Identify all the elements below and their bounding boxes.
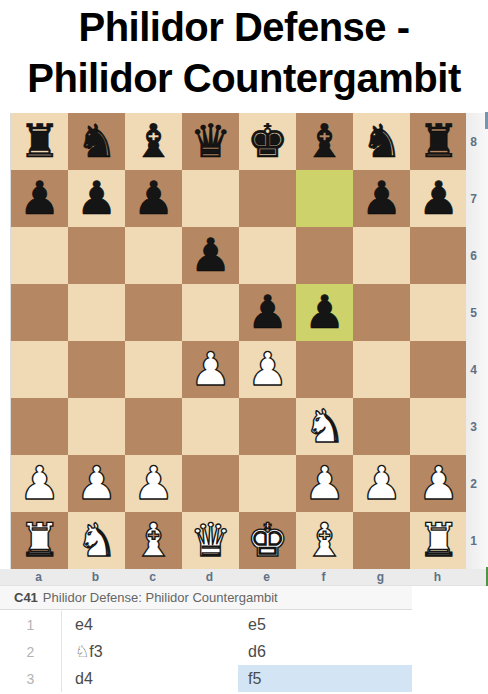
chess-board[interactable]: ♜♞♝♛♚♝♞♜♟♟♟♟♟♟♟♟♟♟♞♟♟♟♟♟♟♜♞♝♛♚♝♜ bbox=[10, 113, 466, 569]
square-a6[interactable] bbox=[11, 227, 68, 284]
piece-black-pawn[interactable]: ♟ bbox=[296, 284, 353, 341]
square-f7[interactable] bbox=[296, 170, 353, 227]
piece-black-bishop[interactable]: ♝ bbox=[296, 113, 353, 170]
square-g8[interactable]: ♞ bbox=[353, 113, 410, 170]
move-row-1: 1e4e5 bbox=[0, 611, 412, 638]
piece-black-pawn[interactable]: ♟ bbox=[68, 170, 125, 227]
move-black-2[interactable]: d6 bbox=[238, 638, 412, 665]
square-a2[interactable]: ♟ bbox=[11, 455, 68, 512]
piece-white-pawn[interactable]: ♟ bbox=[125, 455, 182, 512]
file-coordinates: abcdefgh bbox=[10, 569, 466, 586]
file-label-g: g bbox=[352, 569, 409, 586]
square-f8[interactable]: ♝ bbox=[296, 113, 353, 170]
square-d1[interactable]: ♛ bbox=[182, 512, 239, 569]
square-d2[interactable] bbox=[182, 455, 239, 512]
square-e8[interactable]: ♚ bbox=[239, 113, 296, 170]
square-f1[interactable]: ♝ bbox=[296, 512, 353, 569]
piece-black-queen[interactable]: ♛ bbox=[182, 113, 239, 170]
square-g2[interactable]: ♟ bbox=[353, 455, 410, 512]
piece-black-pawn[interactable]: ♟ bbox=[125, 170, 182, 227]
move-black-1[interactable]: e5 bbox=[238, 611, 412, 638]
piece-white-pawn[interactable]: ♟ bbox=[410, 455, 467, 512]
rank-label-5: 5 bbox=[466, 284, 488, 341]
square-h7[interactable]: ♟ bbox=[410, 170, 467, 227]
square-f4[interactable] bbox=[296, 341, 353, 398]
square-d4[interactable]: ♟ bbox=[182, 341, 239, 398]
square-c7[interactable]: ♟ bbox=[125, 170, 182, 227]
title-line-2: Philidor Countergambit bbox=[0, 53, 488, 104]
move-black-3[interactable]: f5 bbox=[238, 665, 412, 692]
square-g1[interactable] bbox=[353, 512, 410, 569]
piece-white-rook[interactable]: ♜ bbox=[410, 512, 467, 569]
move-white-3[interactable]: d4 bbox=[62, 665, 238, 692]
file-coordinates-strip: abcdefgh bbox=[0, 569, 488, 586]
piece-white-pawn[interactable]: ♟ bbox=[182, 341, 239, 398]
piece-white-rook[interactable]: ♜ bbox=[11, 512, 68, 569]
square-g3[interactable] bbox=[353, 398, 410, 455]
square-h8[interactable]: ♜ bbox=[410, 113, 467, 170]
file-label-f: f bbox=[295, 569, 352, 586]
square-a4[interactable] bbox=[11, 341, 68, 398]
square-a3[interactable] bbox=[11, 398, 68, 455]
square-f3[interactable]: ♞ bbox=[296, 398, 353, 455]
move-row-2: 2♘f3d6 bbox=[0, 638, 412, 665]
square-e1[interactable]: ♚ bbox=[239, 512, 296, 569]
piece-black-pawn[interactable]: ♟ bbox=[353, 170, 410, 227]
square-c8[interactable]: ♝ bbox=[125, 113, 182, 170]
piece-white-bishop[interactable]: ♝ bbox=[125, 512, 182, 569]
move-list: 1e4e52♘f3d63d4f5 bbox=[0, 611, 412, 692]
square-f6[interactable] bbox=[296, 227, 353, 284]
square-h1[interactable]: ♜ bbox=[410, 512, 467, 569]
square-b7[interactable]: ♟ bbox=[68, 170, 125, 227]
piece-black-rook[interactable]: ♜ bbox=[410, 113, 467, 170]
piece-white-king[interactable]: ♚ bbox=[239, 512, 296, 569]
move-white-1[interactable]: e4 bbox=[62, 611, 238, 638]
square-h2[interactable]: ♟ bbox=[410, 455, 467, 512]
rank-label-1: 1 bbox=[466, 512, 488, 569]
square-c1[interactable]: ♝ bbox=[125, 512, 182, 569]
square-g6[interactable] bbox=[353, 227, 410, 284]
move-white-2[interactable]: ♘f3 bbox=[62, 638, 238, 665]
rank-label-2: 2 bbox=[466, 455, 488, 512]
square-e6[interactable] bbox=[239, 227, 296, 284]
square-c2[interactable]: ♟ bbox=[125, 455, 182, 512]
move-row-3: 3d4f5 bbox=[0, 665, 412, 692]
file-label-e: e bbox=[238, 569, 295, 586]
piece-black-pawn[interactable]: ♟ bbox=[410, 170, 467, 227]
square-e3[interactable] bbox=[239, 398, 296, 455]
page: Philidor Defense - Philidor Countergambi… bbox=[0, 0, 488, 694]
square-a7[interactable]: ♟ bbox=[11, 170, 68, 227]
file-label-c: c bbox=[124, 569, 181, 586]
piece-black-king[interactable]: ♚ bbox=[239, 113, 296, 170]
square-g5[interactable] bbox=[353, 284, 410, 341]
rank-label-6: 6 bbox=[466, 227, 488, 284]
square-h4[interactable] bbox=[410, 341, 467, 398]
move-number: 2 bbox=[0, 638, 62, 665]
square-h6[interactable] bbox=[410, 227, 467, 284]
piece-black-rook[interactable]: ♜ bbox=[11, 113, 68, 170]
piece-white-pawn[interactable]: ♟ bbox=[353, 455, 410, 512]
square-b4[interactable] bbox=[68, 341, 125, 398]
piece-white-pawn[interactable]: ♟ bbox=[296, 455, 353, 512]
square-a8[interactable]: ♜ bbox=[11, 113, 68, 170]
square-d6[interactable]: ♟ bbox=[182, 227, 239, 284]
file-label-h: h bbox=[409, 569, 466, 586]
move-number: 3 bbox=[0, 665, 62, 692]
square-h5[interactable] bbox=[410, 284, 467, 341]
square-d5[interactable] bbox=[182, 284, 239, 341]
square-c6[interactable] bbox=[125, 227, 182, 284]
page-title: Philidor Defense - Philidor Countergambi… bbox=[0, 0, 488, 110]
square-e7[interactable] bbox=[239, 170, 296, 227]
piece-white-knight[interactable]: ♞ bbox=[296, 398, 353, 455]
piece-black-bishop[interactable]: ♝ bbox=[125, 113, 182, 170]
eco-code: C41 bbox=[14, 590, 38, 605]
file-label-b: b bbox=[67, 569, 124, 586]
square-b3[interactable] bbox=[68, 398, 125, 455]
piece-black-pawn[interactable]: ♟ bbox=[239, 284, 296, 341]
piece-white-pawn[interactable]: ♟ bbox=[11, 455, 68, 512]
square-b1[interactable]: ♞ bbox=[68, 512, 125, 569]
rank-label-4: 4 bbox=[466, 341, 488, 398]
square-e4[interactable]: ♟ bbox=[239, 341, 296, 398]
piece-white-queen[interactable]: ♛ bbox=[182, 512, 239, 569]
square-d8[interactable]: ♛ bbox=[182, 113, 239, 170]
square-b6[interactable] bbox=[68, 227, 125, 284]
square-b8[interactable]: ♞ bbox=[68, 113, 125, 170]
square-d3[interactable] bbox=[182, 398, 239, 455]
piece-white-pawn[interactable]: ♟ bbox=[239, 341, 296, 398]
piece-black-knight[interactable]: ♞ bbox=[353, 113, 410, 170]
square-g4[interactable] bbox=[353, 341, 410, 398]
piece-white-bishop[interactable]: ♝ bbox=[296, 512, 353, 569]
piece-black-knight[interactable]: ♞ bbox=[68, 113, 125, 170]
square-c4[interactable] bbox=[125, 341, 182, 398]
piece-white-pawn[interactable]: ♟ bbox=[68, 455, 125, 512]
square-a1[interactable]: ♜ bbox=[11, 512, 68, 569]
opening-name: Philidor Defense: Philidor Countergambit bbox=[43, 590, 278, 605]
square-e2[interactable] bbox=[239, 455, 296, 512]
file-label-d: d bbox=[181, 569, 238, 586]
file-label-a: a bbox=[10, 569, 67, 586]
square-b5[interactable] bbox=[68, 284, 125, 341]
rank-coordinates: 87654321 bbox=[466, 113, 488, 569]
square-c5[interactable] bbox=[125, 284, 182, 341]
square-e5[interactable]: ♟ bbox=[239, 284, 296, 341]
square-c3[interactable] bbox=[125, 398, 182, 455]
square-d7[interactable] bbox=[182, 170, 239, 227]
square-g7[interactable]: ♟ bbox=[353, 170, 410, 227]
move-number: 1 bbox=[0, 611, 62, 638]
square-b2[interactable]: ♟ bbox=[68, 455, 125, 512]
piece-black-pawn[interactable]: ♟ bbox=[182, 227, 239, 284]
opening-header: C41 Philidor Defense: Philidor Counterga… bbox=[0, 586, 412, 610]
rank-label-3: 3 bbox=[466, 398, 488, 455]
piece-black-pawn[interactable]: ♟ bbox=[11, 170, 68, 227]
title-line-1: Philidor Defense - bbox=[0, 2, 488, 53]
square-f5[interactable]: ♟ bbox=[296, 284, 353, 341]
square-a5[interactable] bbox=[11, 284, 68, 341]
piece-white-knight[interactable]: ♞ bbox=[68, 512, 125, 569]
square-h3[interactable] bbox=[410, 398, 467, 455]
rank-label-7: 7 bbox=[466, 170, 488, 227]
square-f2[interactable]: ♟ bbox=[296, 455, 353, 512]
